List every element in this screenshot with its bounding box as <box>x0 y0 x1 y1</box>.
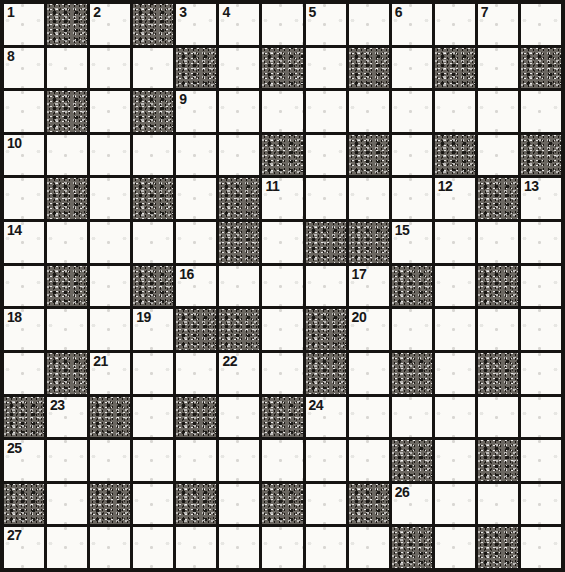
grid-cell[interactable] <box>90 91 130 132</box>
grid-cell[interactable] <box>133 222 173 263</box>
grid-cell[interactable] <box>521 4 561 45</box>
grid-cell[interactable] <box>392 91 432 132</box>
grid-cell[interactable] <box>306 440 346 481</box>
grid-cell[interactable] <box>262 4 302 45</box>
grid-cell[interactable] <box>306 484 346 525</box>
block-cell <box>219 178 259 219</box>
block-cell <box>47 353 87 394</box>
grid-cell[interactable] <box>521 91 561 132</box>
grid-cell[interactable] <box>349 527 389 568</box>
grid-cell[interactable] <box>219 135 259 176</box>
block-cell <box>521 135 561 176</box>
grid-cell[interactable] <box>435 440 475 481</box>
grid-cell[interactable] <box>521 353 561 394</box>
block-cell <box>47 178 87 219</box>
grid-cell[interactable] <box>262 353 302 394</box>
clue-number: 15 <box>395 223 410 237</box>
crossword-board: 1234567891011121314151617181920212223242… <box>0 0 565 572</box>
grid-cell[interactable] <box>47 222 87 263</box>
block-cell <box>262 397 302 438</box>
grid-cell[interactable] <box>306 48 346 89</box>
block-cell <box>392 440 432 481</box>
grid-cell[interactable] <box>4 353 44 394</box>
clue-number: 1 <box>7 5 14 19</box>
grid-cell[interactable]: 21 <box>90 353 130 394</box>
block-cell <box>392 353 432 394</box>
grid-cell[interactable] <box>133 484 173 525</box>
grid-cell[interactable] <box>47 440 87 481</box>
grid-cell[interactable] <box>262 309 302 350</box>
grid-cell[interactable] <box>521 309 561 350</box>
block-cell <box>435 135 475 176</box>
clue-number: 24 <box>309 398 324 412</box>
block-cell <box>478 353 518 394</box>
grid-cell[interactable]: 7 <box>478 4 518 45</box>
clue-number: 4 <box>222 5 229 19</box>
grid-cell[interactable] <box>435 309 475 350</box>
grid-cell[interactable] <box>219 397 259 438</box>
grid-cell[interactable] <box>262 222 302 263</box>
grid-cell[interactable] <box>392 178 432 219</box>
block-cell <box>133 266 173 307</box>
grid-cell[interactable] <box>47 527 87 568</box>
clue-number: 21 <box>93 354 108 368</box>
grid-cell[interactable] <box>219 48 259 89</box>
grid-cell[interactable] <box>478 397 518 438</box>
clue-number: 13 <box>524 179 539 193</box>
grid-cell[interactable] <box>133 440 173 481</box>
grid-cell[interactable] <box>306 527 346 568</box>
block-cell <box>133 4 173 45</box>
block-cell <box>90 484 130 525</box>
clue-number: 27 <box>7 528 22 542</box>
grid-cell[interactable] <box>219 484 259 525</box>
grid-cell[interactable] <box>47 484 87 525</box>
block-cell <box>392 527 432 568</box>
grid-cell[interactable] <box>133 48 173 89</box>
grid-cell[interactable] <box>435 91 475 132</box>
block-cell <box>262 484 302 525</box>
clue-number: 23 <box>50 398 65 412</box>
block-cell <box>47 91 87 132</box>
clue-number: 26 <box>395 485 410 499</box>
clue-number: 11 <box>265 179 279 193</box>
grid-cell[interactable] <box>435 527 475 568</box>
grid-cell[interactable] <box>349 397 389 438</box>
grid-cell[interactable]: 25 <box>4 440 44 481</box>
block-cell <box>392 266 432 307</box>
crossword-page: 1234567891011121314151617181920212223242… <box>0 0 565 572</box>
clue-number: 3 <box>179 5 186 19</box>
block-cell <box>349 484 389 525</box>
grid-cell[interactable]: 8 <box>4 48 44 89</box>
grid-cell[interactable] <box>392 48 432 89</box>
block-cell <box>306 309 346 350</box>
grid-cell[interactable] <box>521 440 561 481</box>
block-cell <box>219 222 259 263</box>
grid-cell[interactable] <box>4 91 44 132</box>
grid-cell[interactable] <box>176 222 216 263</box>
block-cell <box>306 353 346 394</box>
clue-number: 7 <box>481 5 488 19</box>
grid-cell[interactable] <box>521 222 561 263</box>
grid-cell[interactable]: 17 <box>349 266 389 307</box>
clue-number: 19 <box>136 310 151 324</box>
grid-cell[interactable] <box>521 266 561 307</box>
grid-cell[interactable] <box>90 266 130 307</box>
grid-cell[interactable] <box>435 4 475 45</box>
grid-cell[interactable]: 18 <box>4 309 44 350</box>
grid-cell[interactable] <box>306 266 346 307</box>
grid-cell[interactable] <box>262 527 302 568</box>
block-cell <box>219 309 259 350</box>
block-cell <box>133 91 173 132</box>
block-cell <box>4 397 44 438</box>
grid-cell[interactable] <box>478 135 518 176</box>
grid-cell[interactable] <box>219 527 259 568</box>
grid-cell[interactable] <box>349 353 389 394</box>
grid-cell[interactable]: 14 <box>4 222 44 263</box>
clue-number: 20 <box>352 310 367 324</box>
grid-cell[interactable] <box>306 178 346 219</box>
grid-cell[interactable] <box>435 222 475 263</box>
grid-cell[interactable] <box>176 527 216 568</box>
clue-number: 25 <box>7 441 22 455</box>
grid-cell[interactable] <box>176 178 216 219</box>
block-cell <box>478 527 518 568</box>
grid-cell[interactable]: 12 <box>435 178 475 219</box>
grid-cell[interactable] <box>521 397 561 438</box>
clue-number: 17 <box>352 267 367 281</box>
clue-number: 5 <box>309 5 316 19</box>
block-cell <box>176 48 216 89</box>
grid-cell[interactable] <box>47 135 87 176</box>
block-cell <box>349 135 389 176</box>
grid-cell[interactable] <box>521 527 561 568</box>
clue-number: 18 <box>7 310 22 324</box>
clue-number: 16 <box>179 267 194 281</box>
block-cell <box>176 397 216 438</box>
clue-number: 8 <box>7 49 14 63</box>
block-cell <box>521 48 561 89</box>
grid-cell[interactable]: 22 <box>219 353 259 394</box>
grid-cell[interactable] <box>435 484 475 525</box>
grid-cell[interactable] <box>90 527 130 568</box>
grid-cell[interactable] <box>478 309 518 350</box>
grid-cell[interactable]: 6 <box>392 4 432 45</box>
block-cell <box>176 484 216 525</box>
grid-cell[interactable]: 10 <box>4 135 44 176</box>
clue-number: 14 <box>7 223 22 237</box>
grid-cell[interactable]: 27 <box>4 527 44 568</box>
grid-cell[interactable]: 4 <box>219 4 259 45</box>
grid-cell[interactable] <box>133 353 173 394</box>
grid-cell[interactable] <box>392 135 432 176</box>
clue-number: 6 <box>395 5 402 19</box>
grid-cell[interactable] <box>219 91 259 132</box>
block-cell <box>306 222 346 263</box>
grid-cell[interactable] <box>306 91 346 132</box>
grid-cell[interactable] <box>219 440 259 481</box>
block-cell <box>47 266 87 307</box>
block-cell <box>176 309 216 350</box>
block-cell <box>478 266 518 307</box>
grid-cell[interactable] <box>176 353 216 394</box>
grid-cell[interactable]: 9 <box>176 91 216 132</box>
block-cell <box>90 397 130 438</box>
grid-cell[interactable] <box>392 309 432 350</box>
grid-cell[interactable] <box>90 178 130 219</box>
block-cell <box>4 484 44 525</box>
grid-cell[interactable] <box>47 309 87 350</box>
grid-cell[interactable] <box>435 266 475 307</box>
block-cell <box>349 222 389 263</box>
grid-cell[interactable] <box>90 440 130 481</box>
grid-cell[interactable]: 15 <box>392 222 432 263</box>
grid-cell[interactable] <box>90 48 130 89</box>
grid-cell[interactable] <box>349 4 389 45</box>
grid-cell[interactable] <box>349 91 389 132</box>
grid-cell[interactable]: 20 <box>349 309 389 350</box>
clue-number: 2 <box>93 5 100 19</box>
clue-number: 12 <box>438 179 453 193</box>
grid-cell[interactable] <box>478 222 518 263</box>
grid-cell[interactable] <box>392 397 432 438</box>
grid-cell[interactable]: 26 <box>392 484 432 525</box>
grid-cell[interactable]: 11 <box>262 178 302 219</box>
block-cell <box>478 178 518 219</box>
grid-cell[interactable]: 2 <box>90 4 130 45</box>
grid-cell[interactable] <box>219 266 259 307</box>
grid-cell[interactable] <box>478 48 518 89</box>
grid-cell[interactable] <box>133 397 173 438</box>
grid-cell[interactable]: 24 <box>306 397 346 438</box>
grid-cell[interactable] <box>521 484 561 525</box>
grid-cell[interactable] <box>4 266 44 307</box>
grid-cell[interactable]: 1 <box>4 4 44 45</box>
grid-cell[interactable] <box>176 440 216 481</box>
block-cell <box>478 440 518 481</box>
grid-cell[interactable] <box>176 135 216 176</box>
grid-cell[interactable] <box>478 484 518 525</box>
grid-cell[interactable] <box>349 440 389 481</box>
grid-cell[interactable] <box>306 135 346 176</box>
clue-number: 22 <box>222 354 237 368</box>
block-cell <box>47 4 87 45</box>
grid-cell[interactable] <box>90 222 130 263</box>
block-cell <box>435 48 475 89</box>
block-cell <box>133 178 173 219</box>
grid-cell[interactable] <box>262 440 302 481</box>
grid-cell[interactable] <box>435 397 475 438</box>
grid-cell[interactable] <box>133 135 173 176</box>
grid-cell[interactable] <box>4 178 44 219</box>
grid-cell[interactable] <box>262 266 302 307</box>
block-cell <box>262 135 302 176</box>
grid-cell[interactable] <box>478 91 518 132</box>
grid-cell[interactable]: 5 <box>306 4 346 45</box>
grid-cell[interactable]: 3 <box>176 4 216 45</box>
grid-cell[interactable]: 23 <box>47 397 87 438</box>
grid-cell[interactable] <box>133 527 173 568</box>
grid-cell[interactable] <box>262 91 302 132</box>
clue-number: 10 <box>7 136 22 150</box>
block-cell <box>262 48 302 89</box>
grid-cell[interactable]: 19 <box>133 309 173 350</box>
clue-number: 9 <box>179 92 186 106</box>
grid-cell[interactable] <box>349 178 389 219</box>
block-cell <box>349 48 389 89</box>
grid-cell[interactable] <box>435 353 475 394</box>
grid-cell[interactable]: 13 <box>521 178 561 219</box>
grid-cell[interactable] <box>90 309 130 350</box>
grid-cell[interactable]: 16 <box>176 266 216 307</box>
grid-cell[interactable] <box>90 135 130 176</box>
grid-cell[interactable] <box>47 48 87 89</box>
